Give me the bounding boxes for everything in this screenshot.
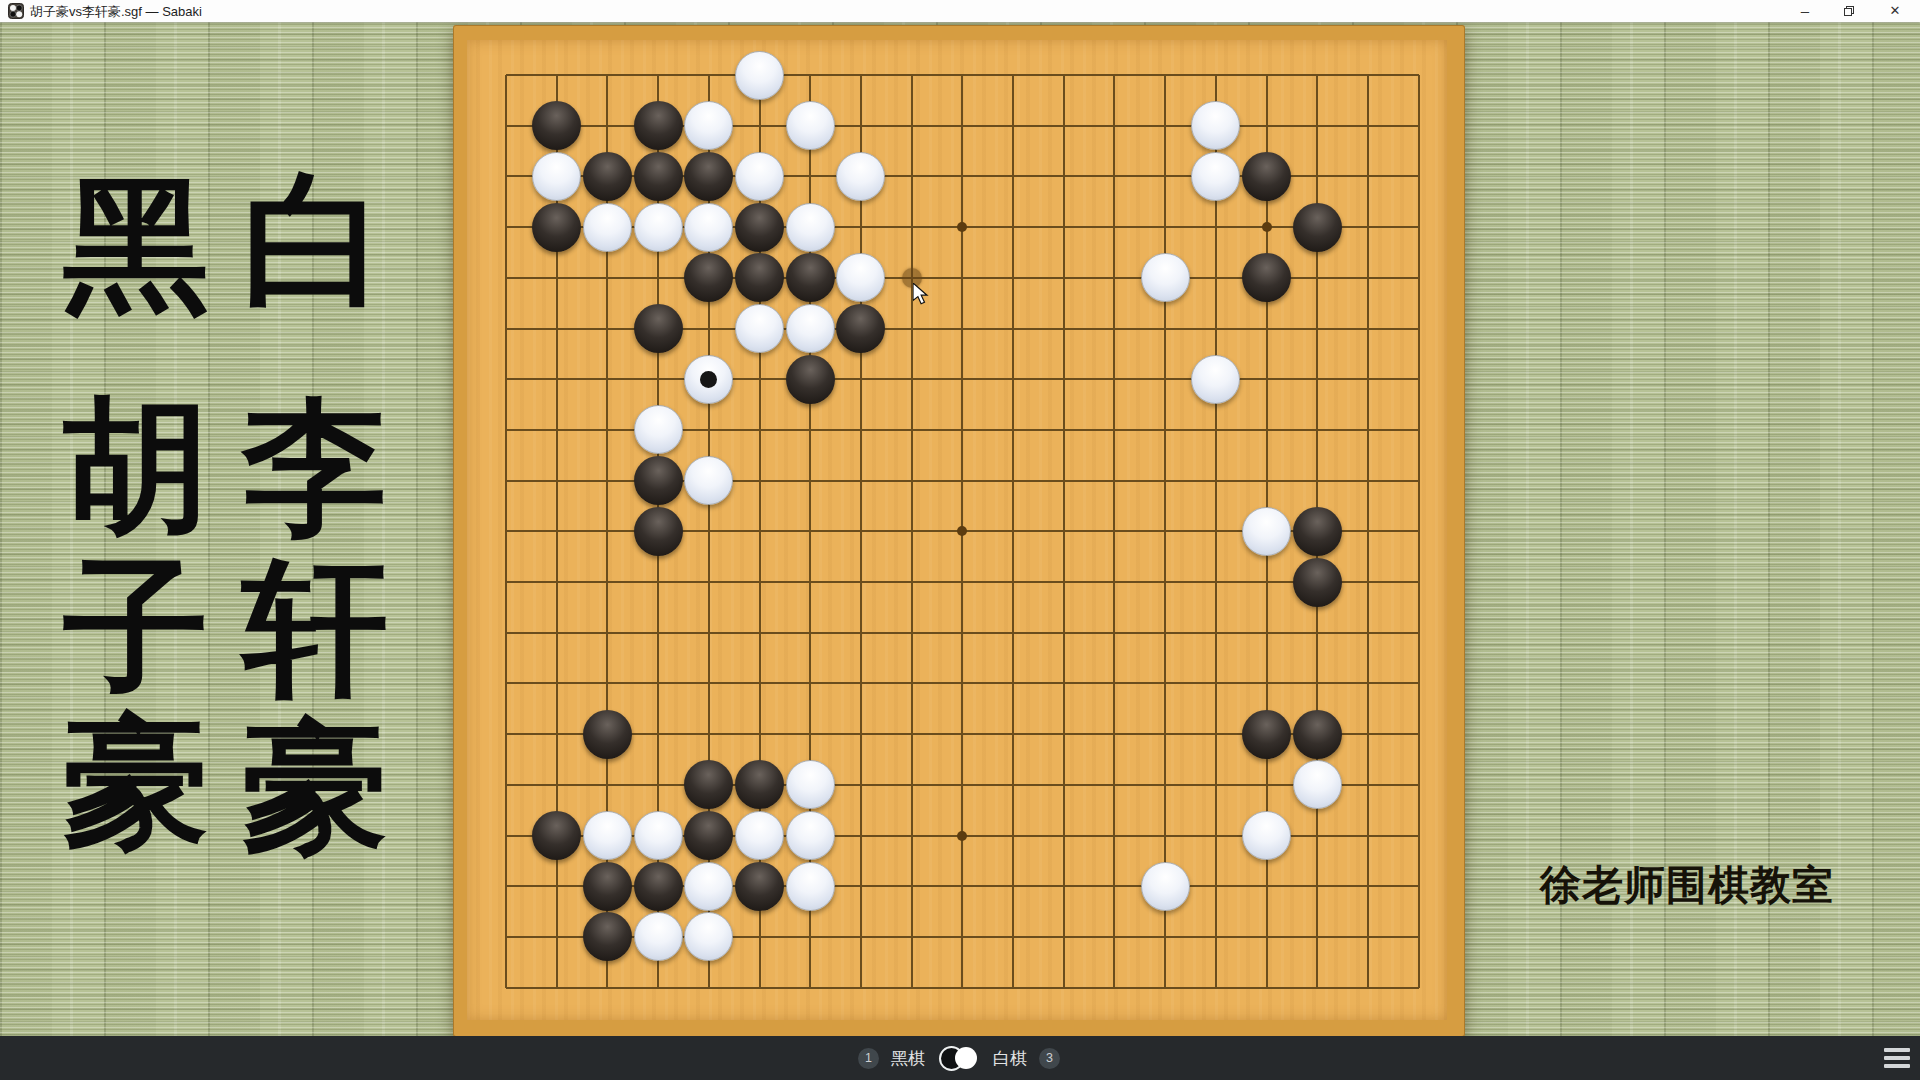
black-stone[interactable] [634, 507, 683, 556]
white-stone[interactable] [786, 862, 835, 911]
grid-line [506, 632, 1419, 634]
black-stone[interactable] [1293, 203, 1342, 252]
black-stone[interactable] [735, 203, 784, 252]
grid-line [1367, 75, 1369, 988]
black-stone[interactable] [583, 710, 632, 759]
star-point [957, 222, 967, 232]
black-side-label: 黑 [56, 176, 216, 316]
black-stone[interactable] [735, 253, 784, 302]
star-point [1262, 222, 1272, 232]
white-stone[interactable] [836, 152, 885, 201]
white-stone[interactable] [786, 101, 835, 150]
sabaki-window: 黑胡子豪白李轩豪 徐老师围棋教室 胡子豪vs李轩豪.sgf — Sabaki –… [0, 0, 1920, 1080]
white-side-label: 白 [235, 171, 395, 311]
black-stone[interactable] [1293, 558, 1342, 607]
minimize-button[interactable]: – [1788, 0, 1822, 22]
grid-line [506, 581, 1419, 583]
black-stone[interactable] [634, 152, 683, 201]
black-capture-badge: 1 [858, 1048, 879, 1069]
black-stone[interactable] [583, 152, 632, 201]
black-stone[interactable] [786, 355, 835, 404]
white-stone[interactable] [583, 811, 632, 860]
white-stone[interactable] [634, 405, 683, 454]
white-stone[interactable] [735, 51, 784, 100]
title-bar: 胡子豪vs李轩豪.sgf — Sabaki – ✕ [0, 0, 1920, 22]
grid-line [1215, 75, 1217, 988]
white-stone[interactable] [532, 152, 581, 201]
black-stone[interactable] [532, 203, 581, 252]
black-stone[interactable] [786, 253, 835, 302]
black-stone[interactable] [634, 101, 683, 150]
grid-line [1063, 75, 1065, 988]
white-player-name-char: 李 [235, 398, 395, 538]
white-stone[interactable] [684, 912, 733, 961]
white-stone[interactable] [634, 203, 683, 252]
grid-line [1164, 75, 1166, 988]
player-status-bar: 1 黑棋 白棋 3 [453, 1036, 1465, 1080]
goban-surface[interactable] [467, 40, 1447, 1020]
mouse-cursor [913, 283, 935, 309]
black-player-name-char: 子 [56, 557, 216, 697]
classroom-watermark: 徐老师围棋教室 [1540, 858, 1856, 904]
bottom-toolbar: 1 黑棋 白棋 3 [0, 1036, 1920, 1080]
close-button[interactable]: ✕ [1878, 0, 1912, 22]
black-stone[interactable] [735, 760, 784, 809]
turn-indicator-toggle[interactable] [941, 1047, 977, 1069]
white-stone[interactable] [684, 203, 733, 252]
black-stone[interactable] [1293, 710, 1342, 759]
black-stone[interactable] [634, 456, 683, 505]
white-stone[interactable] [1293, 760, 1342, 809]
white-player-name-char: 豪 [235, 717, 395, 857]
white-stone[interactable] [1191, 355, 1240, 404]
grid-line [1113, 75, 1115, 988]
black-player-label: 黑棋 [891, 1047, 925, 1070]
go-board [453, 25, 1465, 1037]
white-stone[interactable] [735, 811, 784, 860]
white-stone[interactable] [684, 862, 733, 911]
grid-line [1012, 75, 1014, 988]
white-stone-icon [955, 1047, 977, 1069]
last-move-marker [700, 371, 717, 388]
black-stone[interactable] [1293, 507, 1342, 556]
white-player-name-char: 轩 [235, 559, 395, 699]
black-stone[interactable] [684, 253, 733, 302]
white-stone[interactable] [1242, 507, 1291, 556]
black-player-name-char: 豪 [56, 712, 216, 852]
black-stone[interactable] [1242, 152, 1291, 201]
white-stone[interactable] [735, 304, 784, 353]
black-stone[interactable] [684, 152, 733, 201]
white-player-label: 白棋 [993, 1047, 1027, 1070]
black-stone[interactable] [532, 101, 581, 150]
white-stone[interactable] [1141, 253, 1190, 302]
black-player-name-char: 胡 [56, 397, 216, 537]
white-stone[interactable] [786, 304, 835, 353]
black-stone[interactable] [735, 862, 784, 911]
black-stone[interactable] [684, 760, 733, 809]
white-stone[interactable] [583, 203, 632, 252]
white-stone[interactable] [634, 811, 683, 860]
white-stone[interactable] [634, 912, 683, 961]
black-stone[interactable] [1242, 710, 1291, 759]
grid-line [506, 987, 1419, 989]
white-stone[interactable] [684, 101, 733, 150]
black-stone[interactable] [634, 304, 683, 353]
white-stone[interactable] [684, 355, 733, 404]
white-stone[interactable] [1242, 811, 1291, 860]
black-stone[interactable] [532, 811, 581, 860]
grid-line [506, 682, 1419, 684]
grid-line [1418, 75, 1420, 988]
white-stone[interactable] [1191, 152, 1240, 201]
grid-line [506, 784, 1419, 786]
star-point [957, 831, 967, 841]
white-stone[interactable] [735, 152, 784, 201]
window-title: 胡子豪vs李轩豪.sgf — Sabaki [30, 3, 202, 21]
white-capture-badge: 3 [1039, 1048, 1060, 1069]
menu-icon[interactable] [1884, 1045, 1910, 1071]
white-stone[interactable] [786, 203, 835, 252]
white-stone[interactable] [786, 811, 835, 860]
black-stone[interactable] [634, 862, 683, 911]
black-stone[interactable] [583, 862, 632, 911]
black-stone[interactable] [836, 304, 885, 353]
sabaki-app-icon [8, 3, 24, 19]
white-stone[interactable] [1141, 862, 1190, 911]
maximize-button[interactable] [1832, 0, 1866, 22]
white-stone[interactable] [836, 253, 885, 302]
restore-icon [1844, 6, 1854, 16]
white-stone[interactable] [786, 760, 835, 809]
star-point [957, 526, 967, 536]
black-stone[interactable] [684, 811, 733, 860]
white-stone[interactable] [1191, 101, 1240, 150]
black-stone[interactable] [1242, 253, 1291, 302]
white-stone[interactable] [684, 456, 733, 505]
black-stone[interactable] [583, 912, 632, 961]
